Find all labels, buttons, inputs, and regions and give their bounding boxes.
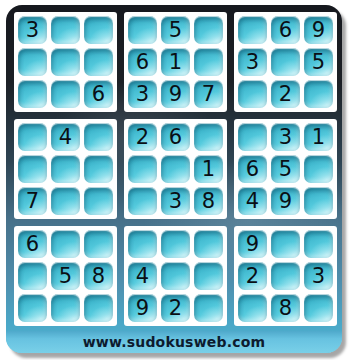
cell-r7c8[interactable] (271, 230, 300, 258)
cell-r7c2[interactable] (51, 230, 80, 258)
cell-r7c7[interactable]: 9 (238, 230, 267, 258)
cell-r6c4[interactable] (128, 187, 157, 215)
cell-r1c9[interactable]: 9 (304, 16, 333, 44)
cell-r2c3[interactable] (84, 48, 113, 76)
block-3-2: 492 (124, 226, 227, 326)
cell-r5c1[interactable] (18, 155, 47, 183)
website-url: www.sudokusweb.com (83, 334, 266, 350)
cell-r6c9[interactable] (304, 187, 333, 215)
cell-r5c3[interactable] (84, 155, 113, 183)
cell-r4c4[interactable]: 2 (128, 123, 157, 151)
cell-r9c5[interactable]: 2 (161, 294, 190, 322)
cell-r6c1[interactable]: 7 (18, 187, 47, 215)
block-3-3: 9238 (234, 226, 337, 326)
cell-r3c7[interactable] (238, 80, 267, 108)
cell-r5c7[interactable]: 6 (238, 155, 267, 183)
cell-r3c9[interactable] (304, 80, 333, 108)
cell-r2c9[interactable]: 5 (304, 48, 333, 76)
cell-r5c2[interactable] (51, 155, 80, 183)
cell-r8c2[interactable]: 5 (51, 262, 80, 290)
cell-r1c8[interactable]: 6 (271, 16, 300, 44)
cell-r4c6[interactable] (194, 123, 223, 151)
cell-r1c5[interactable]: 5 (161, 16, 190, 44)
cell-r8c9[interactable]: 3 (304, 262, 333, 290)
cell-r3c1[interactable] (18, 80, 47, 108)
cell-r3c8[interactable]: 2 (271, 80, 300, 108)
sudoku-board: 365613976935247261383165496584929238 (14, 12, 337, 326)
cell-r9c4[interactable]: 9 (128, 294, 157, 322)
cell-r5c8[interactable]: 5 (271, 155, 300, 183)
cell-r3c4[interactable]: 3 (128, 80, 157, 108)
cell-r9c2[interactable] (51, 294, 80, 322)
cell-r7c4[interactable] (128, 230, 157, 258)
block-2-2: 26138 (124, 119, 227, 219)
cell-r6c8[interactable]: 9 (271, 187, 300, 215)
cell-r5c5[interactable] (161, 155, 190, 183)
block-2-1: 47 (14, 119, 117, 219)
cell-r5c4[interactable] (128, 155, 157, 183)
cell-r9c9[interactable] (304, 294, 333, 322)
cell-r2c1[interactable] (18, 48, 47, 76)
cell-r3c5[interactable]: 9 (161, 80, 190, 108)
cell-r3c6[interactable]: 7 (194, 80, 223, 108)
cell-r6c2[interactable] (51, 187, 80, 215)
cell-r7c5[interactable] (161, 230, 190, 258)
footer-band: www.sudokusweb.com (6, 331, 342, 353)
cell-r7c9[interactable] (304, 230, 333, 258)
cell-r3c2[interactable] (51, 80, 80, 108)
cell-r7c3[interactable] (84, 230, 113, 258)
cell-r2c5[interactable]: 1 (161, 48, 190, 76)
cell-r4c8[interactable]: 3 (271, 123, 300, 151)
cell-r2c7[interactable]: 3 (238, 48, 267, 76)
cell-r2c2[interactable] (51, 48, 80, 76)
cell-r6c6[interactable]: 8 (194, 187, 223, 215)
cell-r9c6[interactable] (194, 294, 223, 322)
cell-r7c1[interactable]: 6 (18, 230, 47, 258)
cell-r4c7[interactable] (238, 123, 267, 151)
cell-r8c8[interactable] (271, 262, 300, 290)
cell-r1c1[interactable]: 3 (18, 16, 47, 44)
cell-r8c7[interactable]: 2 (238, 262, 267, 290)
cell-r1c4[interactable] (128, 16, 157, 44)
cell-r5c6[interactable]: 1 (194, 155, 223, 183)
block-1-1: 36 (14, 12, 117, 112)
cell-r8c1[interactable] (18, 262, 47, 290)
cell-r8c3[interactable]: 8 (84, 262, 113, 290)
cell-r4c1[interactable] (18, 123, 47, 151)
block-1-2: 561397 (124, 12, 227, 112)
block-2-3: 316549 (234, 119, 337, 219)
cell-r6c3[interactable] (84, 187, 113, 215)
cell-r2c4[interactable]: 6 (128, 48, 157, 76)
cell-r1c2[interactable] (51, 16, 80, 44)
cell-r2c8[interactable] (271, 48, 300, 76)
cell-r7c6[interactable] (194, 230, 223, 258)
cell-r2c6[interactable] (194, 48, 223, 76)
block-3-1: 658 (14, 226, 117, 326)
cell-r9c1[interactable] (18, 294, 47, 322)
cell-r9c7[interactable] (238, 294, 267, 322)
cell-r4c5[interactable]: 6 (161, 123, 190, 151)
cell-r1c7[interactable] (238, 16, 267, 44)
block-1-3: 69352 (234, 12, 337, 112)
cell-r8c5[interactable] (161, 262, 190, 290)
cell-r8c4[interactable]: 4 (128, 262, 157, 290)
sudoku-page: 365613976935247261383165496584929238 www… (0, 0, 350, 360)
cell-r9c3[interactable] (84, 294, 113, 322)
cell-r1c6[interactable] (194, 16, 223, 44)
cell-r4c9[interactable]: 1 (304, 123, 333, 151)
cell-r1c3[interactable] (84, 16, 113, 44)
cell-r9c8[interactable]: 8 (271, 294, 300, 322)
cell-r4c3[interactable] (84, 123, 113, 151)
cell-r6c7[interactable]: 4 (238, 187, 267, 215)
cell-r3c3[interactable]: 6 (84, 80, 113, 108)
cell-r8c6[interactable] (194, 262, 223, 290)
cell-r4c2[interactable]: 4 (51, 123, 80, 151)
cell-r6c5[interactable]: 3 (161, 187, 190, 215)
cell-r5c9[interactable] (304, 155, 333, 183)
board-frame: 365613976935247261383165496584929238 www… (6, 5, 342, 353)
